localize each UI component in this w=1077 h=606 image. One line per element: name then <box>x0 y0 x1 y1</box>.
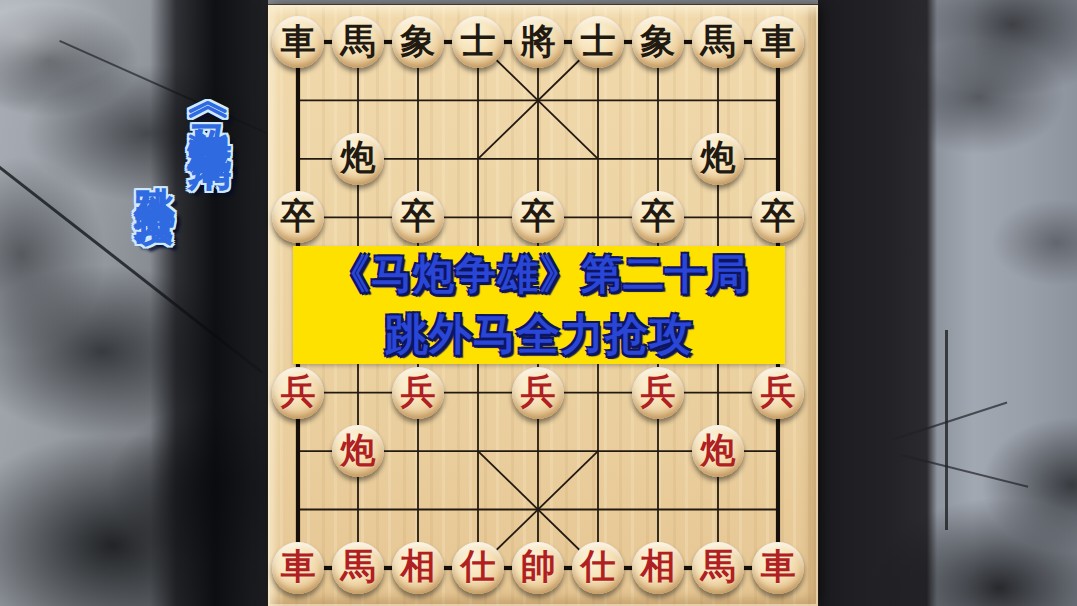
piece-label: 車 <box>281 24 316 59</box>
tree-silhouette <box>945 330 948 530</box>
piece-label: 兵 <box>401 374 436 409</box>
piece-general-red[interactable]: 帥 <box>512 542 564 594</box>
piece-general-black[interactable]: 將 <box>512 16 564 68</box>
piece-soldier-black[interactable]: 卒 <box>752 191 804 243</box>
piece-advisor-red[interactable]: 仕 <box>572 542 624 594</box>
piece-label: 兵 <box>521 374 556 409</box>
piece-label: 卒 <box>521 199 556 234</box>
piece-advisor-black[interactable]: 士 <box>572 16 624 68</box>
piece-label: 兵 <box>281 374 316 409</box>
piece-label: 相 <box>641 549 676 584</box>
piece-label: 士 <box>461 24 496 59</box>
piece-label: 馬 <box>341 549 376 584</box>
piece-label: 仕 <box>581 549 616 584</box>
piece-advisor-black[interactable]: 士 <box>452 16 504 68</box>
piece-label: 象 <box>401 24 436 59</box>
piece-cannon-red[interactable]: 炮 <box>692 425 744 477</box>
piece-label: 馬 <box>341 24 376 59</box>
piece-cannon-red[interactable]: 炮 <box>332 425 384 477</box>
side-title-sub: 跳外马全力抢攻 <box>134 155 175 176</box>
screenshot-stage: 《马炮争雄》第二十局 跳外马全力抢攻 <box>0 0 1077 606</box>
piece-elephant-red[interactable]: 相 <box>392 542 444 594</box>
piece-soldier-red[interactable]: 兵 <box>272 367 324 419</box>
side-title-main: 《马炮争雄》第二十局 <box>188 88 232 118</box>
piece-elephant-black[interactable]: 象 <box>632 16 684 68</box>
piece-elephant-black[interactable]: 象 <box>392 16 444 68</box>
piece-cannon-black[interactable]: 炮 <box>692 133 744 185</box>
piece-label: 車 <box>761 549 796 584</box>
piece-label: 帥 <box>521 549 556 584</box>
piece-chariot-black[interactable]: 車 <box>752 16 804 68</box>
piece-label: 相 <box>401 549 436 584</box>
piece-label: 卒 <box>401 199 436 234</box>
piece-horse-black[interactable]: 馬 <box>692 16 744 68</box>
background-photo-right <box>818 0 1077 606</box>
piece-label: 炮 <box>341 140 376 175</box>
piece-chariot-black[interactable]: 車 <box>272 16 324 68</box>
piece-soldier-black[interactable]: 卒 <box>272 191 324 243</box>
piece-label: 士 <box>581 24 616 59</box>
banner-line-1: 《马炮争雄》第二十局 <box>329 247 749 302</box>
piece-horse-red[interactable]: 馬 <box>692 542 744 594</box>
piece-chariot-red[interactable]: 車 <box>752 542 804 594</box>
piece-label: 卒 <box>281 199 316 234</box>
banner-line-2: 跳外马全力抢攻 <box>385 306 693 364</box>
piece-horse-black[interactable]: 馬 <box>332 16 384 68</box>
piece-label: 卒 <box>761 199 796 234</box>
piece-soldier-red[interactable]: 兵 <box>752 367 804 419</box>
piece-label: 車 <box>761 24 796 59</box>
piece-label: 炮 <box>701 433 736 468</box>
piece-soldier-red[interactable]: 兵 <box>512 367 564 419</box>
piece-label: 兵 <box>641 374 676 409</box>
piece-soldier-red[interactable]: 兵 <box>392 367 444 419</box>
piece-label: 馬 <box>701 549 736 584</box>
piece-soldier-black[interactable]: 卒 <box>392 191 444 243</box>
title-banner: 《马炮争雄》第二十局 跳外马全力抢攻 <box>293 246 785 364</box>
branch-silhouette <box>902 454 1029 487</box>
piece-label: 仕 <box>461 549 496 584</box>
piece-label: 車 <box>281 549 316 584</box>
piece-label: 將 <box>521 24 556 59</box>
piece-label: 象 <box>641 24 676 59</box>
piece-label: 卒 <box>641 199 676 234</box>
piece-label: 馬 <box>701 24 736 59</box>
piece-advisor-red[interactable]: 仕 <box>452 542 504 594</box>
piece-label: 兵 <box>761 374 796 409</box>
piece-elephant-red[interactable]: 相 <box>632 542 684 594</box>
piece-cannon-black[interactable]: 炮 <box>332 133 384 185</box>
piece-soldier-black[interactable]: 卒 <box>632 191 684 243</box>
piece-horse-red[interactable]: 馬 <box>332 542 384 594</box>
piece-label: 炮 <box>341 433 376 468</box>
piece-label: 炮 <box>701 140 736 175</box>
piece-soldier-black[interactable]: 卒 <box>512 191 564 243</box>
piece-chariot-red[interactable]: 車 <box>272 542 324 594</box>
piece-soldier-red[interactable]: 兵 <box>632 367 684 419</box>
branch-silhouette <box>893 402 1008 441</box>
